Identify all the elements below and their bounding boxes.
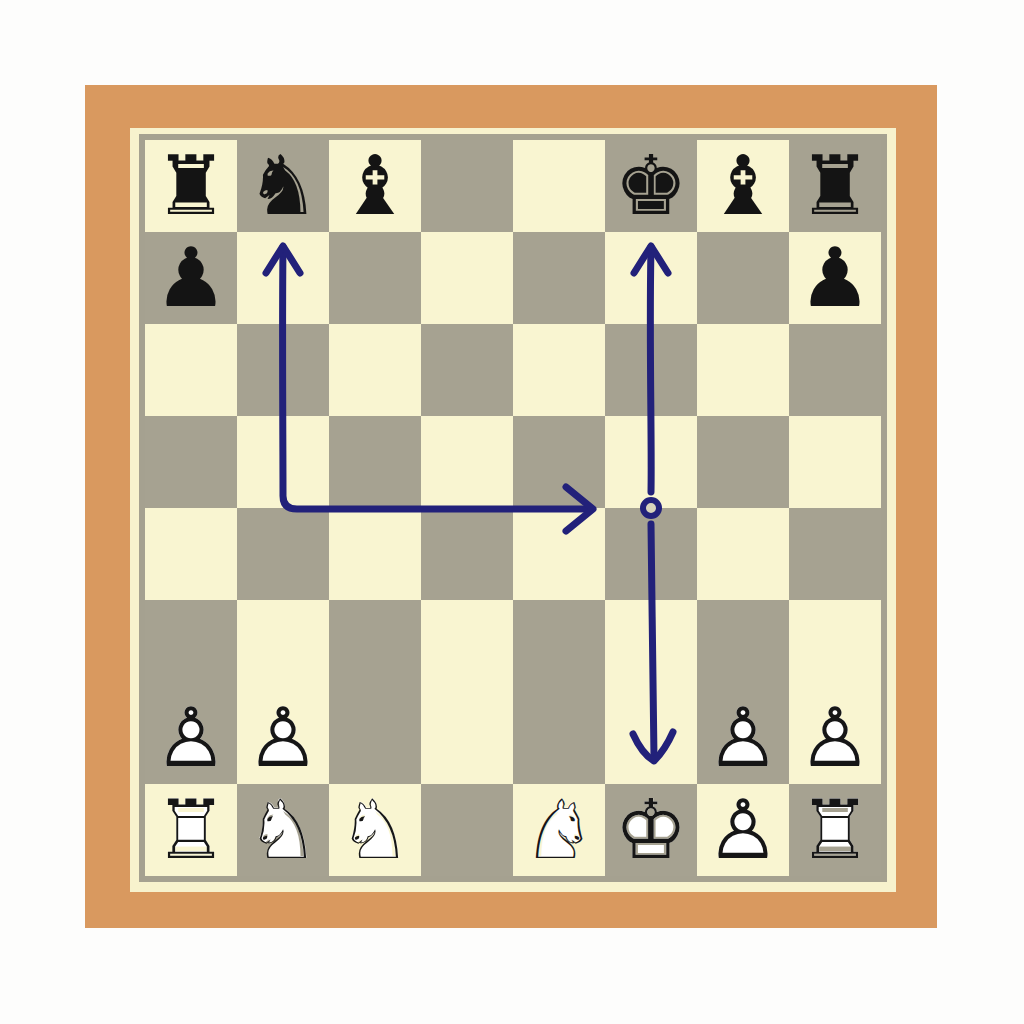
square-h3[interactable] <box>789 600 881 692</box>
piece-white-pawn[interactable]: ♟♙ <box>697 692 789 784</box>
square-d1[interactable] <box>421 784 513 876</box>
piece-white-rook[interactable]: ♜♖ <box>145 784 237 876</box>
piece-glyph: ♜ <box>789 140 881 232</box>
piece-glyph: ♟ <box>145 232 237 324</box>
square-e7[interactable] <box>513 232 605 324</box>
piece-white-pawn[interactable]: ♟♙ <box>145 692 237 784</box>
square-a4[interactable] <box>145 508 237 600</box>
piece-glyph: ♟ <box>789 232 881 324</box>
piece-glyph: ♝ <box>329 140 421 232</box>
piece-white-king[interactable]: ♚♔ <box>605 784 697 876</box>
square-f5[interactable] <box>605 416 697 508</box>
square-c3[interactable] <box>329 600 421 692</box>
piece-white-pawn[interactable]: ♟♙ <box>697 784 789 876</box>
board-border: ♜♞♝♚♝♜♟♟♟♙♟♙♟♙♟♙♜♖♞♘♞♘♞♘♚♔♟♙♜♖ <box>85 85 937 928</box>
piece-glyph: ♞ <box>237 140 329 232</box>
piece-white-pawn[interactable]: ♟♙ <box>789 692 881 784</box>
piece-black-king[interactable]: ♚ <box>605 140 697 232</box>
square-c2[interactable] <box>329 692 421 784</box>
piece-glyph: ♝ <box>697 140 789 232</box>
square-e5[interactable] <box>513 416 605 508</box>
board-edge: ♜♞♝♚♝♜♟♟♟♙♟♙♟♙♟♙♜♖♞♘♞♘♞♘♚♔♟♙♜♖ <box>139 134 887 882</box>
piece-black-rook[interactable]: ♜ <box>789 140 881 232</box>
square-h4[interactable] <box>789 508 881 600</box>
square-a1[interactable]: ♜♖ <box>145 784 237 876</box>
square-e1[interactable]: ♞♘ <box>513 784 605 876</box>
square-d6[interactable] <box>421 324 513 416</box>
piece-black-pawn[interactable]: ♟ <box>145 232 237 324</box>
square-a6[interactable] <box>145 324 237 416</box>
piece-white-pawn[interactable]: ♟♙ <box>237 692 329 784</box>
piece-black-pawn[interactable]: ♟ <box>789 232 881 324</box>
square-a7[interactable]: ♟ <box>145 232 237 324</box>
square-e8[interactable] <box>513 140 605 232</box>
square-b1[interactable]: ♞♘ <box>237 784 329 876</box>
square-b3[interactable] <box>237 600 329 692</box>
piece-outline-glyph: ♙ <box>145 692 237 784</box>
square-e2[interactable] <box>513 692 605 784</box>
piece-outline-glyph: ♙ <box>237 692 329 784</box>
square-d4[interactable] <box>421 508 513 600</box>
piece-outline-glyph: ♔ <box>605 784 697 876</box>
square-f4[interactable] <box>605 508 697 600</box>
square-h2[interactable]: ♟♙ <box>789 692 881 784</box>
piece-white-knight[interactable]: ♞♘ <box>329 784 421 876</box>
piece-black-rook[interactable]: ♜ <box>145 140 237 232</box>
square-h1[interactable]: ♜♖ <box>789 784 881 876</box>
square-a3[interactable] <box>145 600 237 692</box>
piece-outline-glyph: ♖ <box>145 784 237 876</box>
square-e3[interactable] <box>513 600 605 692</box>
square-d3[interactable] <box>421 600 513 692</box>
square-b8[interactable]: ♞ <box>237 140 329 232</box>
square-b2[interactable]: ♟♙ <box>237 692 329 784</box>
piece-glyph: ♚ <box>605 140 697 232</box>
board-mat: ♜♞♝♚♝♜♟♟♟♙♟♙♟♙♟♙♜♖♞♘♞♘♞♘♚♔♟♙♜♖ <box>130 128 896 892</box>
square-h5[interactable] <box>789 416 881 508</box>
square-g7[interactable] <box>697 232 789 324</box>
piece-white-rook[interactable]: ♜♖ <box>789 784 881 876</box>
square-h6[interactable] <box>789 324 881 416</box>
chess-diagram: ♜♞♝♚♝♜♟♟♟♙♟♙♟♙♟♙♜♖♞♘♞♘♞♘♚♔♟♙♜♖ <box>0 0 1024 1024</box>
piece-outline-glyph: ♙ <box>789 692 881 784</box>
square-b6[interactable] <box>237 324 329 416</box>
square-b7[interactable] <box>237 232 329 324</box>
square-g1[interactable]: ♟♙ <box>697 784 789 876</box>
square-f6[interactable] <box>605 324 697 416</box>
square-c1[interactable]: ♞♘ <box>329 784 421 876</box>
square-c7[interactable] <box>329 232 421 324</box>
square-f2[interactable] <box>605 692 697 784</box>
square-c6[interactable] <box>329 324 421 416</box>
square-d8[interactable] <box>421 140 513 232</box>
piece-outline-glyph: ♖ <box>789 784 881 876</box>
square-g4[interactable] <box>697 508 789 600</box>
square-b5[interactable] <box>237 416 329 508</box>
square-c8[interactable]: ♝ <box>329 140 421 232</box>
square-f7[interactable] <box>605 232 697 324</box>
square-a5[interactable] <box>145 416 237 508</box>
square-f3[interactable] <box>605 600 697 692</box>
square-a2[interactable]: ♟♙ <box>145 692 237 784</box>
piece-outline-glyph: ♙ <box>697 692 789 784</box>
chess-board: ♜♞♝♚♝♜♟♟♟♙♟♙♟♙♟♙♜♖♞♘♞♘♞♘♚♔♟♙♜♖ <box>145 140 881 876</box>
piece-outline-glyph: ♙ <box>697 784 789 876</box>
piece-outline-glyph: ♘ <box>513 784 605 876</box>
square-f1[interactable]: ♚♔ <box>605 784 697 876</box>
square-h8[interactable]: ♜ <box>789 140 881 232</box>
piece-black-knight[interactable]: ♞ <box>237 140 329 232</box>
square-e6[interactable] <box>513 324 605 416</box>
square-g5[interactable] <box>697 416 789 508</box>
square-a8[interactable]: ♜ <box>145 140 237 232</box>
square-d7[interactable] <box>421 232 513 324</box>
square-b4[interactable] <box>237 508 329 600</box>
square-g8[interactable]: ♝ <box>697 140 789 232</box>
square-g3[interactable] <box>697 600 789 692</box>
square-c4[interactable] <box>329 508 421 600</box>
square-d2[interactable] <box>421 692 513 784</box>
square-g6[interactable] <box>697 324 789 416</box>
square-h7[interactable]: ♟ <box>789 232 881 324</box>
square-f8[interactable]: ♚ <box>605 140 697 232</box>
square-d5[interactable] <box>421 416 513 508</box>
piece-outline-glyph: ♘ <box>329 784 421 876</box>
square-g2[interactable]: ♟♙ <box>697 692 789 784</box>
square-c5[interactable] <box>329 416 421 508</box>
piece-glyph: ♜ <box>145 140 237 232</box>
piece-white-knight[interactable]: ♞♘ <box>513 784 605 876</box>
square-e4[interactable] <box>513 508 605 600</box>
piece-black-bishop[interactable]: ♝ <box>329 140 421 232</box>
piece-white-knight[interactable]: ♞♘ <box>237 784 329 876</box>
piece-black-bishop[interactable]: ♝ <box>697 140 789 232</box>
piece-outline-glyph: ♘ <box>237 784 329 876</box>
